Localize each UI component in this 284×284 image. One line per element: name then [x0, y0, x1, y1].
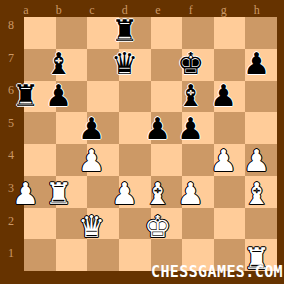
piece-f6-black-bishop[interactable]: ♝	[174, 79, 207, 112]
square-c6[interactable]	[87, 81, 119, 113]
rank-label-4: 4	[0, 144, 22, 166]
piece-f7-black-king[interactable]: ♚	[174, 47, 207, 80]
piece-h3-white-bishop[interactable]: ♝	[240, 177, 273, 210]
square-h2[interactable]	[245, 208, 277, 240]
piece-b6-black-pawn[interactable]: ♟	[42, 79, 75, 112]
piece-f3-white-pawn[interactable]: ♟	[174, 177, 207, 210]
square-d4[interactable]	[119, 144, 151, 176]
piece-d8-black-rook[interactable]: ♜	[108, 14, 141, 47]
file-label-e: e	[141, 4, 174, 17]
square-g8[interactable]	[214, 17, 246, 49]
square-a8[interactable]	[24, 17, 56, 49]
square-g5[interactable]	[214, 112, 246, 144]
rank-label-5: 5	[0, 112, 22, 134]
file-label-c: c	[75, 4, 108, 17]
chess-diagram: abcdefgh 87654321 ♜♝♛♚♟♜♟♝♟♟♟♟♟♟♟♟♜♟♝♟♝♛…	[0, 0, 284, 284]
file-label-g: g	[207, 4, 240, 17]
piece-c2-white-queen[interactable]: ♛	[75, 210, 108, 243]
piece-e5-black-pawn[interactable]: ♟	[141, 112, 174, 145]
square-e4[interactable]	[151, 144, 183, 176]
piece-a6-black-rook[interactable]: ♜	[9, 79, 42, 112]
site-watermark: CHESSGAMES.COM	[151, 263, 283, 281]
piece-g4-white-pawn[interactable]: ♟	[207, 144, 240, 177]
file-label-f: f	[174, 4, 207, 17]
square-a2[interactable]	[24, 208, 56, 240]
piece-h4-white-pawn[interactable]: ♟	[240, 144, 273, 177]
piece-c4-white-pawn[interactable]: ♟	[75, 144, 108, 177]
piece-d7-black-queen[interactable]: ♛	[108, 47, 141, 80]
piece-d3-white-pawn[interactable]: ♟	[108, 177, 141, 210]
piece-b7-black-bishop[interactable]: ♝	[42, 47, 75, 80]
rank-label-1: 1	[0, 242, 22, 264]
piece-h7-black-pawn[interactable]: ♟	[240, 47, 273, 80]
rank-label-8: 8	[0, 14, 22, 36]
piece-b3-white-rook[interactable]: ♜	[42, 177, 75, 210]
piece-f5-black-pawn[interactable]: ♟	[174, 112, 207, 145]
piece-a3-white-pawn[interactable]: ♟	[9, 177, 42, 210]
piece-c5-black-pawn[interactable]: ♟	[75, 112, 108, 145]
file-label-h: h	[240, 4, 273, 17]
square-d6[interactable]	[119, 81, 151, 113]
square-h8[interactable]	[245, 17, 277, 49]
square-a4[interactable]	[24, 144, 56, 176]
square-g2[interactable]	[214, 208, 246, 240]
square-b8[interactable]	[56, 17, 88, 49]
square-h5[interactable]	[245, 112, 277, 144]
square-f8[interactable]	[182, 17, 214, 49]
file-label-b: b	[42, 4, 75, 17]
square-d1[interactable]	[119, 239, 151, 271]
piece-g6-black-pawn[interactable]: ♟	[207, 79, 240, 112]
square-a5[interactable]	[24, 112, 56, 144]
square-a1[interactable]	[24, 239, 56, 271]
square-b1[interactable]	[56, 239, 88, 271]
square-e8[interactable]	[151, 17, 183, 49]
piece-e2-white-king[interactable]: ♚	[141, 210, 174, 243]
square-f2[interactable]	[182, 208, 214, 240]
rank-label-2: 2	[0, 210, 22, 232]
square-c1[interactable]	[87, 239, 119, 271]
rank-label-7: 7	[0, 47, 22, 69]
square-h6[interactable]	[245, 81, 277, 113]
piece-e3-white-bishop[interactable]: ♝	[141, 177, 174, 210]
